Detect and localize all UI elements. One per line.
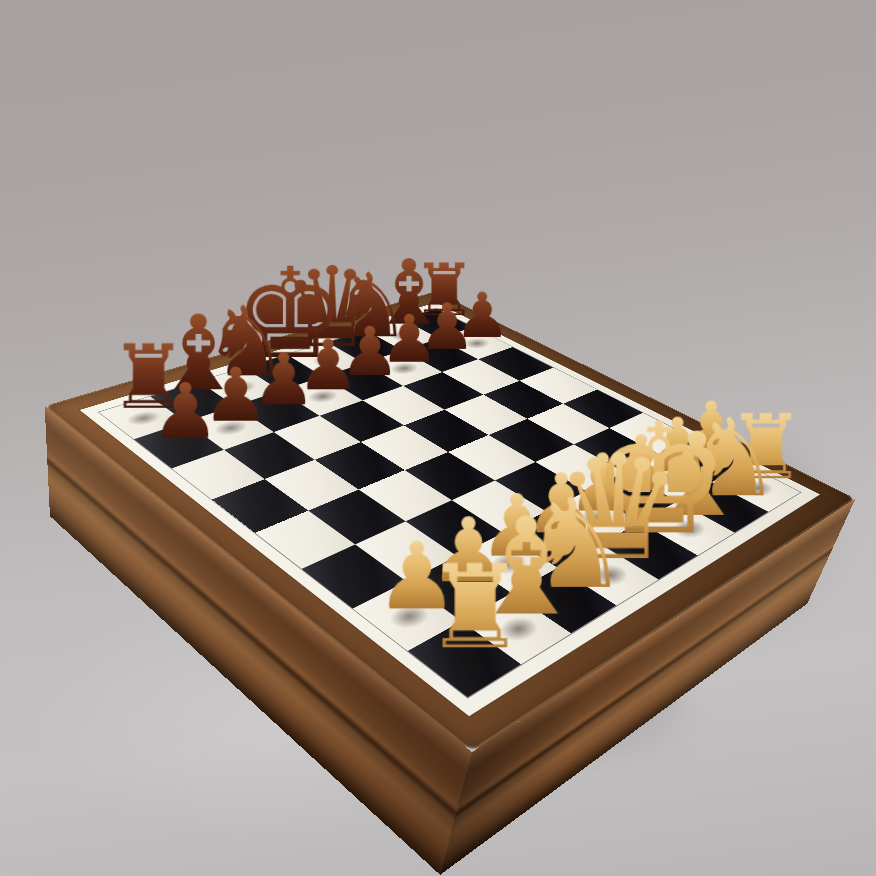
scene: ♜♝♞♚♛♞♝♜♟♟♟♟♟♟♟♟♟♟♟♟♟♟♟♟♜♝♞♛♚♝♞♜ — [0, 0, 876, 876]
square-a1: ♜ — [408, 621, 522, 697]
piece-light-rook-a1: ♜ — [357, 550, 592, 665]
piece-dark-pawn-a7: ♟ — [93, 373, 280, 450]
perspective-stage: ♜♝♞♚♛♞♝♜♟♟♟♟♟♟♟♟♟♟♟♟♟♟♟♟♜♝♞♛♚♝♞♜ — [0, 0, 876, 876]
chess-box: ♜♝♞♚♛♞♝♜♟♟♟♟♟♟♟♟♟♟♟♟♟♟♟♟♜♝♞♛♚♝♞♜ — [45, 291, 856, 752]
